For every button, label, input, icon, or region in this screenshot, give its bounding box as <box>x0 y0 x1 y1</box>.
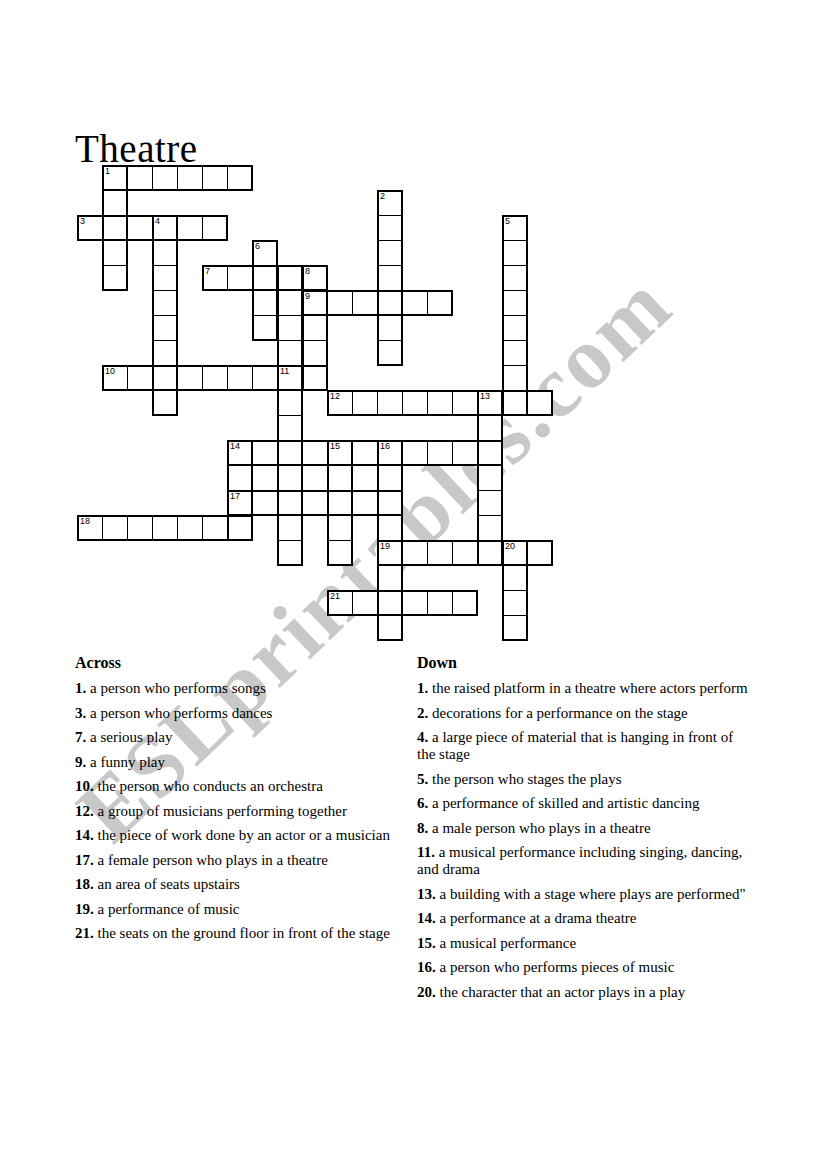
clue-text: a musical performance <box>436 935 576 951</box>
grid-cell[interactable] <box>227 440 253 466</box>
grid-cell[interactable] <box>127 365 153 391</box>
grid-cell[interactable] <box>202 515 228 541</box>
clue-number: 13. <box>417 886 436 902</box>
clue-text: a female person who plays in a theatre <box>94 852 328 868</box>
clue-text: a musical performance including singing,… <box>417 844 742 877</box>
grid-cell[interactable] <box>102 265 128 291</box>
grid-cell[interactable] <box>427 390 453 416</box>
clue-item: 21. the seats on the ground floor in fro… <box>75 925 420 942</box>
grid-cell[interactable] <box>502 340 528 366</box>
grid-cell[interactable] <box>252 440 278 466</box>
down-clue-list: 1. the raised platform in a theatre wher… <box>417 680 785 1001</box>
clue-text: a serious play <box>86 729 172 745</box>
clue-item: 14. the piece of work done by an actor o… <box>75 827 420 844</box>
grid-cell[interactable] <box>77 215 103 241</box>
grid-cell[interactable] <box>277 390 303 416</box>
clue-item: 4. a large piece of material that is han… <box>417 729 785 763</box>
grid-cell[interactable] <box>377 215 403 241</box>
grid-cell[interactable] <box>252 240 278 266</box>
grid-cell[interactable] <box>327 465 353 491</box>
page-title: Theatre <box>75 126 198 171</box>
grid-cell[interactable] <box>352 590 378 616</box>
across-header: Across <box>75 654 420 672</box>
grid-cell[interactable] <box>452 440 478 466</box>
grid-cell[interactable] <box>202 165 228 191</box>
clue-item: 3. a person who performs dances <box>75 705 420 722</box>
clue-text: a male person who plays in a theatre <box>428 820 650 836</box>
clue-text: an area of seats upstairs <box>94 876 240 892</box>
clue-text: the raised platform in a theatre where a… <box>428 680 747 696</box>
clue-number: 18. <box>75 876 94 892</box>
grid-cell[interactable] <box>377 390 403 416</box>
grid-cell[interactable] <box>227 465 253 491</box>
grid-cell[interactable] <box>302 340 328 366</box>
grid-cell[interactable] <box>127 215 153 241</box>
grid-cell[interactable] <box>327 490 353 516</box>
grid-cell[interactable] <box>252 290 278 316</box>
clue-number: 8. <box>417 820 428 836</box>
clue-number: 1. <box>75 680 86 696</box>
grid-cell[interactable] <box>277 490 303 516</box>
grid-cell[interactable] <box>202 215 228 241</box>
clue-item: 12. a group of musicians performing toge… <box>75 803 420 820</box>
grid-cell[interactable] <box>152 240 178 266</box>
clue-number: 11. <box>417 844 435 860</box>
grid-cell[interactable] <box>102 190 128 216</box>
clue-item: 14. a performance at a drama theatre <box>417 910 785 927</box>
grid-cell[interactable] <box>327 540 353 566</box>
grid-cell[interactable] <box>152 390 178 416</box>
clue-number: 1. <box>417 680 428 696</box>
clue-number: 16. <box>417 959 436 975</box>
grid-cell[interactable] <box>377 240 403 266</box>
grid-cell[interactable] <box>327 390 353 416</box>
grid-cell[interactable] <box>327 515 353 541</box>
grid-cell[interactable] <box>377 290 403 316</box>
clue-number: 17. <box>75 852 94 868</box>
clue-item: 17. a female person who plays in a theat… <box>75 852 420 869</box>
grid-cell[interactable] <box>377 590 403 616</box>
grid-cell[interactable] <box>502 540 528 566</box>
grid-cell[interactable] <box>302 265 328 291</box>
clue-number: 7. <box>75 729 86 745</box>
grid-cell[interactable] <box>277 515 303 541</box>
grid-cell[interactable] <box>527 540 553 566</box>
grid-cell[interactable] <box>327 290 353 316</box>
clue-number: 5. <box>417 771 428 787</box>
down-clues-section: Down 1. the raised platform in a theatre… <box>417 654 785 1008</box>
crossword-grid: 123456789101112131415161718192021 <box>77 165 555 643</box>
grid-cell[interactable] <box>502 565 528 591</box>
clue-item: 18. an area of seats upstairs <box>75 876 420 893</box>
grid-cell[interactable] <box>277 315 303 341</box>
clue-number: 10. <box>75 778 94 794</box>
grid-cell[interactable] <box>402 590 428 616</box>
grid-cell[interactable] <box>277 540 303 566</box>
clue-item: 19. a performance of music <box>75 901 420 918</box>
grid-cell[interactable] <box>227 515 253 541</box>
grid-cell[interactable] <box>327 440 353 466</box>
grid-cell[interactable] <box>227 165 253 191</box>
grid-cell[interactable] <box>477 390 503 416</box>
clue-number: 21. <box>75 925 94 941</box>
clue-item: 16. a person who performs pieces of musi… <box>417 959 785 976</box>
grid-cell[interactable] <box>477 440 503 466</box>
grid-cell[interactable] <box>377 315 403 341</box>
grid-cell[interactable] <box>502 240 528 266</box>
grid-cell[interactable] <box>402 540 428 566</box>
grid-cell[interactable] <box>152 315 178 341</box>
grid-cell[interactable] <box>252 265 278 291</box>
grid-cell[interactable] <box>252 365 278 391</box>
clue-item: 7. a serious play <box>75 729 420 746</box>
grid-cell[interactable] <box>202 265 228 291</box>
grid-cell[interactable] <box>127 515 153 541</box>
clue-number: 19. <box>75 901 94 917</box>
grid-cell[interactable] <box>277 340 303 366</box>
clue-number: 14. <box>417 910 436 926</box>
clue-number: 3. <box>75 705 86 721</box>
grid-cell[interactable] <box>402 440 428 466</box>
grid-cell[interactable] <box>377 440 403 466</box>
grid-cell[interactable] <box>377 265 403 291</box>
clue-text: a group of musicians performing together <box>94 803 347 819</box>
clue-item: 15. a musical performance <box>417 935 785 952</box>
grid-cell[interactable] <box>502 215 528 241</box>
grid-cell[interactable] <box>427 590 453 616</box>
clue-text: a performance of skilled and artistic da… <box>428 795 699 811</box>
grid-cell[interactable] <box>327 590 353 616</box>
clue-text: a person who performs dances <box>86 705 272 721</box>
down-header: Down <box>417 654 785 672</box>
clue-number: 2. <box>417 705 428 721</box>
clue-text: a person who performs songs <box>86 680 266 696</box>
grid-cell[interactable] <box>277 440 303 466</box>
grid-cell[interactable] <box>502 615 528 641</box>
grid-cell[interactable] <box>502 290 528 316</box>
grid-cell[interactable] <box>252 315 278 341</box>
grid-cell[interactable] <box>477 490 503 516</box>
grid-cell[interactable] <box>352 290 378 316</box>
clue-text: a performance at a drama theatre <box>436 910 637 926</box>
grid-cell[interactable] <box>477 415 503 441</box>
grid-cell[interactable] <box>277 265 303 291</box>
clue-text: a person who performs pieces of music <box>436 959 675 975</box>
grid-cell[interactable] <box>302 440 328 466</box>
clue-text: decorations for a performance on the sta… <box>428 705 687 721</box>
grid-cell[interactable] <box>277 465 303 491</box>
grid-cell[interactable] <box>277 290 303 316</box>
grid-cell[interactable] <box>302 490 328 516</box>
clue-item: 9. a funny play <box>75 754 420 771</box>
grid-cell[interactable] <box>302 365 328 391</box>
grid-cell[interactable] <box>502 315 528 341</box>
clue-text: a large piece of material that is hangin… <box>417 729 733 762</box>
grid-cell[interactable] <box>102 215 128 241</box>
grid-cell[interactable] <box>152 215 178 241</box>
grid-cell[interactable] <box>427 290 453 316</box>
clue-item: 10. the person who conducts an orchestra <box>75 778 420 795</box>
clue-item: 5. the person who stages the plays <box>417 771 785 788</box>
grid-cell[interactable] <box>477 515 503 541</box>
grid-cell[interactable] <box>402 390 428 416</box>
clue-number: 20. <box>417 984 436 1000</box>
clue-item: 1. a person who performs songs <box>75 680 420 697</box>
grid-cell[interactable] <box>377 490 403 516</box>
clue-number: 15. <box>417 935 436 951</box>
clue-text: a funny play <box>86 754 165 770</box>
clue-text: the piece of work done by an actor or a … <box>94 827 390 843</box>
clue-text: a building with a stage where plays are … <box>436 886 746 902</box>
clue-number: 4. <box>417 729 428 745</box>
clue-item: 20. the character that an actor plays in… <box>417 984 785 1001</box>
grid-cell[interactable] <box>227 265 253 291</box>
grid-cell[interactable] <box>177 515 203 541</box>
grid-cell[interactable] <box>102 515 128 541</box>
clue-number: 14. <box>75 827 94 843</box>
grid-cell[interactable] <box>477 465 503 491</box>
grid-cell[interactable] <box>152 290 178 316</box>
grid-cell[interactable] <box>177 365 203 391</box>
grid-cell[interactable] <box>377 615 403 641</box>
grid-cell[interactable] <box>77 515 103 541</box>
grid-cell[interactable] <box>102 365 128 391</box>
grid-cell[interactable] <box>152 365 178 391</box>
grid-cell[interactable] <box>352 490 378 516</box>
clue-item: 2. decorations for a performance on the … <box>417 705 785 722</box>
grid-cell[interactable] <box>102 240 128 266</box>
grid-cell[interactable] <box>202 365 228 391</box>
grid-cell[interactable] <box>452 540 478 566</box>
clue-text: a performance of music <box>94 901 240 917</box>
clue-number: 6. <box>417 795 428 811</box>
grid-cell[interactable] <box>302 315 328 341</box>
grid-cell[interactable] <box>377 565 403 591</box>
clue-number: 12. <box>75 803 94 819</box>
grid-cell[interactable] <box>377 190 403 216</box>
grid-cell[interactable] <box>502 365 528 391</box>
grid-cell[interactable] <box>377 340 403 366</box>
grid-cell[interactable] <box>377 515 403 541</box>
grid-cell[interactable] <box>152 265 178 291</box>
grid-cell[interactable] <box>227 490 253 516</box>
clue-item: 11. a musical performance including sing… <box>417 844 785 878</box>
grid-cell[interactable] <box>427 540 453 566</box>
across-clues-section: Across 1. a person who performs songs3. … <box>75 654 420 950</box>
grid-cell[interactable] <box>452 390 478 416</box>
grid-cell[interactable] <box>427 440 453 466</box>
clue-text: the person who stages the plays <box>428 771 621 787</box>
clue-item: 8. a male person who plays in a theatre <box>417 820 785 837</box>
grid-cell[interactable] <box>502 265 528 291</box>
clue-text: the seats on the ground floor in front o… <box>94 925 390 941</box>
grid-cell[interactable] <box>402 290 428 316</box>
clue-text: the person who conducts an orchestra <box>94 778 323 794</box>
clue-text: the character that an actor plays in a p… <box>436 984 685 1000</box>
grid-cell[interactable] <box>177 215 203 241</box>
grid-cell[interactable] <box>227 365 253 391</box>
across-clue-list: 1. a person who performs songs3. a perso… <box>75 680 420 942</box>
grid-cell[interactable] <box>277 415 303 441</box>
grid-cell[interactable] <box>502 590 528 616</box>
clue-item: 1. the raised platform in a theatre wher… <box>417 680 785 697</box>
clue-item: 13. a building with a stage where plays … <box>417 886 785 903</box>
grid-cell[interactable] <box>377 540 403 566</box>
grid-cell[interactable] <box>527 390 553 416</box>
grid-cell[interactable] <box>152 340 178 366</box>
grid-cell[interactable] <box>477 540 503 566</box>
grid-cell[interactable] <box>252 490 278 516</box>
grid-cell[interactable] <box>352 390 378 416</box>
grid-cell[interactable] <box>377 465 403 491</box>
grid-cell[interactable] <box>302 290 328 316</box>
clue-item: 6. a performance of skilled and artistic… <box>417 795 785 812</box>
grid-cell[interactable] <box>152 515 178 541</box>
grid-cell[interactable] <box>502 390 528 416</box>
clue-number: 9. <box>75 754 86 770</box>
grid-cell[interactable] <box>452 590 478 616</box>
grid-cell[interactable] <box>277 365 303 391</box>
grid-cell[interactable] <box>352 440 378 466</box>
